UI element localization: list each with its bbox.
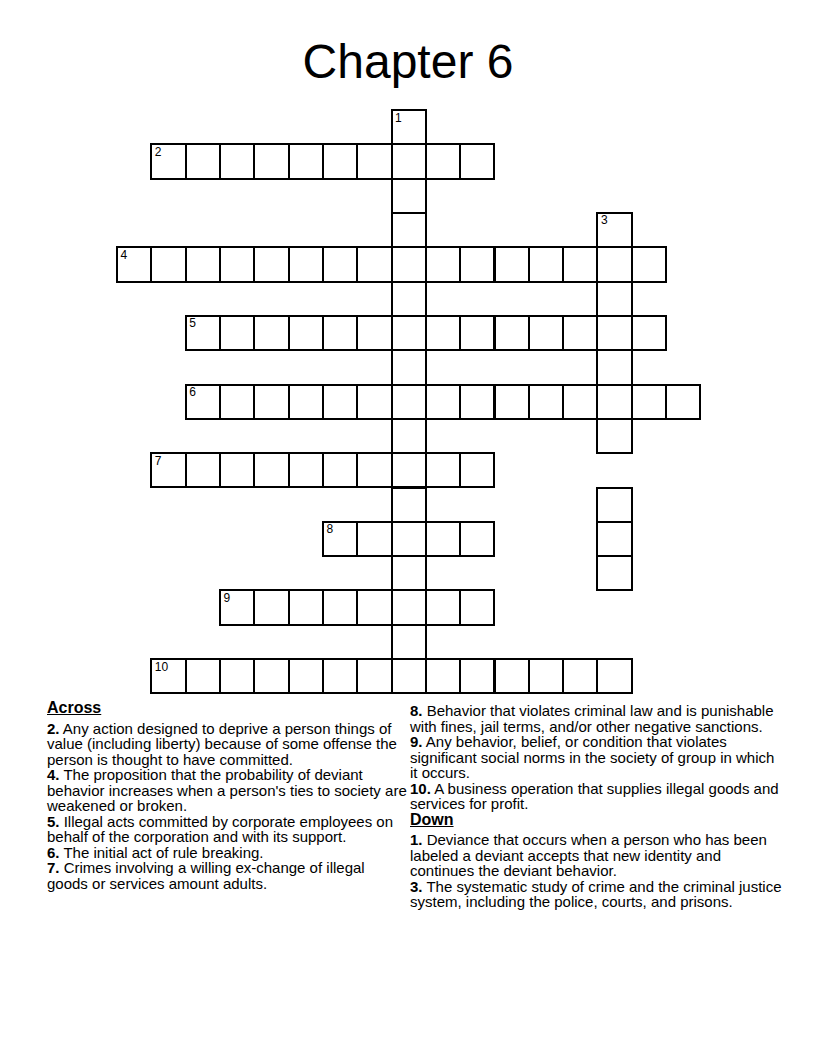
grid-cell-r15c5[interactable]: [253, 589, 289, 625]
grid-cell-r17c3[interactable]: [185, 658, 221, 694]
clue-number-label: 10.: [410, 780, 431, 797]
grid-cell-r7c6[interactable]: [288, 315, 324, 351]
grid-cell-r7c10[interactable]: [425, 315, 461, 351]
grid-cell-r17c13[interactable]: [528, 658, 564, 694]
grid-cell-r5c14[interactable]: [562, 246, 598, 282]
grid-cell-r12c15[interactable]: [596, 487, 632, 523]
clue-number-label: 9.: [410, 733, 423, 750]
grid-cell-r13c8[interactable]: [356, 521, 392, 557]
clue-number-label: 6.: [47, 844, 60, 861]
grid-cell-r9c9[interactable]: [391, 384, 427, 420]
grid-cell-r9c6[interactable]: [288, 384, 324, 420]
grid-cell-r17c9[interactable]: [391, 658, 427, 694]
grid-cell-r17c14[interactable]: [562, 658, 598, 694]
grid-cell-r9c7[interactable]: [322, 384, 358, 420]
grid-cell-r17c6[interactable]: [288, 658, 324, 694]
grid-cell-r5c8[interactable]: [356, 246, 392, 282]
clue-number-8: 8: [326, 523, 333, 535]
clue-number-9: 9: [223, 592, 230, 604]
grid-cell-r5c11[interactable]: [459, 246, 495, 282]
clue-6-across: 6. The initial act of rule breaking.: [47, 845, 409, 861]
grid-cell-r11c8[interactable]: [356, 452, 392, 488]
grid-cell-r5c16[interactable]: [631, 246, 667, 282]
grid-cell-r7c15[interactable]: [596, 315, 632, 351]
clue-number-label: 2.: [47, 720, 60, 737]
grid-cell-r5c9[interactable]: [391, 246, 427, 282]
clue-number-2: 2: [155, 146, 162, 158]
grid-cell-r17c10[interactable]: [425, 658, 461, 694]
clue-number-4: 4: [121, 249, 128, 261]
grid-cell-r13c9[interactable]: [391, 521, 427, 557]
clue-number-label: 7.: [47, 859, 60, 876]
grid-cell-r17c8[interactable]: [356, 658, 392, 694]
grid-cell-r11c11[interactable]: [459, 452, 495, 488]
grid-cell-r9c3[interactable]: 6: [185, 384, 221, 420]
grid-cell-r17c5[interactable]: [253, 658, 289, 694]
clue-5-across: 5. Illegal acts committed by corporate e…: [47, 814, 409, 845]
grid-cell-r14c15[interactable]: [596, 555, 632, 591]
grid-cell-r5c10[interactable]: [425, 246, 461, 282]
grid-cell-r15c4[interactable]: 9: [219, 589, 255, 625]
grid-cell-r2c5[interactable]: [253, 143, 289, 179]
grid-cell-r11c3[interactable]: [185, 452, 221, 488]
down-heading: Down: [410, 812, 782, 828]
grid-cell-r6c15[interactable]: [596, 281, 632, 317]
clue-number-7: 7: [155, 455, 162, 467]
grid-cell-r13c10[interactable]: [425, 521, 461, 557]
grid-cell-r7c5[interactable]: [253, 315, 289, 351]
grid-cell-r7c9[interactable]: [391, 315, 427, 351]
grid-cell-r7c11[interactable]: [459, 315, 495, 351]
grid-cell-r10c15[interactable]: [596, 418, 632, 454]
grid-cell-r5c7[interactable]: [322, 246, 358, 282]
grid-cell-r5c15[interactable]: [596, 246, 632, 282]
grid-cell-r5c1[interactable]: 4: [116, 246, 152, 282]
grid-cell-r15c11[interactable]: [459, 589, 495, 625]
grid-cell-r2c2[interactable]: 2: [150, 143, 186, 179]
grid-cell-r17c2[interactable]: 10: [150, 658, 186, 694]
grid-cell-r8c9[interactable]: [391, 349, 427, 385]
grid-cell-r15c8[interactable]: [356, 589, 392, 625]
grid-cell-r9c13[interactable]: [528, 384, 564, 420]
clue-2-across: 2. Any action designed to deprive a pers…: [47, 721, 409, 768]
grid-cell-r5c3[interactable]: [185, 246, 221, 282]
clue-number-3: 3: [601, 214, 608, 226]
clue-number-6: 6: [189, 386, 196, 398]
grid-cell-r17c4[interactable]: [219, 658, 255, 694]
grid-cell-r9c11[interactable]: [459, 384, 495, 420]
grid-cell-r5c12[interactable]: [494, 246, 530, 282]
grid-cell-r17c12[interactable]: [494, 658, 530, 694]
crossword-grid: 12345678910: [117, 110, 702, 695]
grid-cell-r5c13[interactable]: [528, 246, 564, 282]
grid-cell-r11c7[interactable]: [322, 452, 358, 488]
clue-number-label: 1.: [410, 831, 423, 848]
grid-cell-r16c9[interactable]: [391, 624, 427, 660]
grid-cell-r3c9[interactable]: [391, 178, 427, 214]
grid-cell-r17c15[interactable]: [596, 658, 632, 694]
grid-cell-r11c5[interactable]: [253, 452, 289, 488]
grid-cell-r2c6[interactable]: [288, 143, 324, 179]
grid-cell-r5c6[interactable]: [288, 246, 324, 282]
grid-cell-r7c3[interactable]: 5: [185, 315, 221, 351]
grid-cell-r14c9[interactable]: [391, 555, 427, 591]
grid-cell-r11c10[interactable]: [425, 452, 461, 488]
grid-cell-r12c9[interactable]: [391, 487, 427, 523]
grid-cell-r9c15[interactable]: [596, 384, 632, 420]
clue-number-label: 4.: [47, 766, 60, 783]
clues-column-left: Across2. Any action designed to deprive …: [47, 700, 409, 891]
grid-cell-r7c4[interactable]: [219, 315, 255, 351]
grid-cell-r2c11[interactable]: [459, 143, 495, 179]
grid-cell-r2c4[interactable]: [219, 143, 255, 179]
grid-cell-r11c9[interactable]: [391, 452, 427, 488]
clue-number-label: 8.: [410, 702, 423, 719]
clue-1-down: 1. Deviance that occurs when a person wh…: [410, 832, 782, 879]
across-heading: Across: [47, 700, 409, 716]
grid-cell-r2c9[interactable]: [391, 143, 427, 179]
grid-cell-r15c9[interactable]: [391, 589, 427, 625]
puzzle-title: Chapter 6: [0, 36, 816, 88]
grid-cell-r9c12[interactable]: [494, 384, 530, 420]
clue-4-across: 4. The proposition that the probability …: [47, 767, 409, 814]
clue-number-label: 5.: [47, 813, 60, 830]
grid-cell-r2c3[interactable]: [185, 143, 221, 179]
grid-cell-r4c9[interactable]: [391, 212, 427, 248]
grid-cell-r15c6[interactable]: [288, 589, 324, 625]
grid-cell-r13c15[interactable]: [596, 521, 632, 557]
grid-cell-r2c7[interactable]: [322, 143, 358, 179]
grid-cell-r11c2[interactable]: 7: [150, 452, 186, 488]
grid-cell-r15c10[interactable]: [425, 589, 461, 625]
grid-cell-r13c7[interactable]: 8: [322, 521, 358, 557]
clue-number-label: 3.: [410, 878, 423, 895]
grid-cell-r9c5[interactable]: [253, 384, 289, 420]
grid-cell-r11c6[interactable]: [288, 452, 324, 488]
clue-7-across: 7. Crimes involving a willing ex-change …: [47, 860, 409, 891]
grid-cell-r9c14[interactable]: [562, 384, 598, 420]
clue-number-10: 10: [155, 661, 168, 673]
grid-cell-r1c9[interactable]: 1: [391, 109, 427, 145]
clues-column-right: 8. Behavior that violates criminal law a…: [410, 703, 782, 910]
grid-cell-r7c8[interactable]: [356, 315, 392, 351]
grid-cell-r7c14[interactable]: [562, 315, 598, 351]
grid-cell-r6c9[interactable]: [391, 281, 427, 317]
grid-cell-r9c10[interactable]: [425, 384, 461, 420]
grid-cell-r13c11[interactable]: [459, 521, 495, 557]
grid-cell-r15c7[interactable]: [322, 589, 358, 625]
grid-cell-r9c4[interactable]: [219, 384, 255, 420]
grid-cell-r10c9[interactable]: [391, 418, 427, 454]
grid-cell-r7c13[interactable]: [528, 315, 564, 351]
grid-cell-r11c4[interactable]: [219, 452, 255, 488]
grid-cell-r5c2[interactable]: [150, 246, 186, 282]
grid-cell-r9c17[interactable]: [665, 384, 701, 420]
grid-cell-r5c5[interactable]: [253, 246, 289, 282]
clue-10-across: 10. A business operation that supplies i…: [410, 781, 782, 812]
clue-8-across: 8. Behavior that violates criminal law a…: [410, 703, 782, 734]
grid-cell-r4c15[interactable]: 3: [596, 212, 632, 248]
clue-9-across: 9. Any behavior, belief, or condition th…: [410, 734, 782, 781]
grid-cell-r5c4[interactable]: [219, 246, 255, 282]
clue-number-5: 5: [189, 317, 196, 329]
grid-cell-r8c15[interactable]: [596, 349, 632, 385]
grid-cell-r9c8[interactable]: [356, 384, 392, 420]
grid-cell-r7c7[interactable]: [322, 315, 358, 351]
clue-3-down: 3. The systematic study of crime and the…: [410, 879, 782, 910]
clue-number-1: 1: [395, 112, 402, 124]
grid-cell-r7c16[interactable]: [631, 315, 667, 351]
grid-cell-r9c16[interactable]: [631, 384, 667, 420]
grid-cell-r7c12[interactable]: [494, 315, 530, 351]
grid-cell-r17c11[interactable]: [459, 658, 495, 694]
grid-cell-r17c7[interactable]: [322, 658, 358, 694]
grid-cell-r2c8[interactable]: [356, 143, 392, 179]
grid-cell-r2c10[interactable]: [425, 143, 461, 179]
